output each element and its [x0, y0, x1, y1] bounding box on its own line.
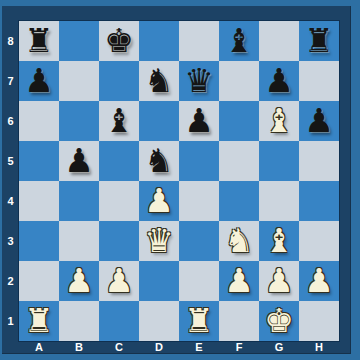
square-c3[interactable]	[99, 221, 139, 261]
square-g5[interactable]	[259, 141, 299, 181]
piece-white-pawn-d4[interactable]: ♟	[144, 184, 174, 217]
square-c1[interactable]	[99, 301, 139, 341]
square-e6[interactable]: ♟	[179, 101, 219, 141]
square-d6[interactable]	[139, 101, 179, 141]
rank-label-1: 1	[2, 301, 19, 341]
piece-white-queen-d3[interactable]: ♛	[144, 224, 174, 257]
square-a1[interactable]: ♜	[19, 301, 59, 341]
file-label-b: B	[59, 340, 99, 354]
piece-white-rook-a1[interactable]: ♜	[24, 304, 54, 337]
square-g8[interactable]	[259, 21, 299, 61]
file-label-a: A	[19, 340, 59, 354]
rank-label-6: 6	[2, 101, 19, 141]
square-h1[interactable]	[299, 301, 339, 341]
square-c8[interactable]: ♚	[99, 21, 139, 61]
square-d1[interactable]	[139, 301, 179, 341]
square-b5[interactable]: ♟	[59, 141, 99, 181]
piece-white-pawn-b2[interactable]: ♟	[64, 264, 94, 297]
square-b8[interactable]	[59, 21, 99, 61]
piece-black-rook-h8[interactable]: ♜	[304, 24, 334, 57]
square-b4[interactable]	[59, 181, 99, 221]
square-b1[interactable]	[59, 301, 99, 341]
rank-label-3: 3	[2, 221, 19, 261]
square-a2[interactable]	[19, 261, 59, 301]
square-h4[interactable]	[299, 181, 339, 221]
piece-black-pawn-h6[interactable]: ♟	[304, 104, 334, 137]
piece-white-knight-f3[interactable]: ♞	[224, 224, 254, 257]
square-h8[interactable]: ♜	[299, 21, 339, 61]
piece-black-queen-e7[interactable]: ♛	[184, 64, 214, 97]
square-g3[interactable]: ♝	[259, 221, 299, 261]
board: ♜♚♝♜♟♞♛♟♝♟♝♟♟♞♟♛♞♝♟♟♟♟♟♜♜♚	[19, 21, 339, 341]
square-f5[interactable]	[219, 141, 259, 181]
square-g7[interactable]: ♟	[259, 61, 299, 101]
square-b7[interactable]	[59, 61, 99, 101]
piece-white-pawn-f2[interactable]: ♟	[224, 264, 254, 297]
piece-black-rook-a8[interactable]: ♜	[24, 24, 54, 57]
square-h7[interactable]	[299, 61, 339, 101]
piece-white-bishop-g3[interactable]: ♝	[264, 224, 294, 257]
square-h3[interactable]	[299, 221, 339, 261]
square-d7[interactable]: ♞	[139, 61, 179, 101]
square-a4[interactable]	[19, 181, 59, 221]
square-f6[interactable]	[219, 101, 259, 141]
square-e5[interactable]	[179, 141, 219, 181]
square-f3[interactable]: ♞	[219, 221, 259, 261]
rank-labels: 87654321	[2, 21, 19, 341]
file-labels: ABCDEFGH	[19, 340, 339, 354]
square-c4[interactable]	[99, 181, 139, 221]
chess-board-window: 87654321 ♜♚♝♜♟♞♛♟♝♟♝♟♟♞♟♛♞♝♟♟♟♟♟♜♜♚ ABCD…	[0, 0, 360, 360]
square-h6[interactable]: ♟	[299, 101, 339, 141]
square-f7[interactable]	[219, 61, 259, 101]
piece-black-knight-d5[interactable]: ♞	[144, 144, 174, 177]
piece-black-pawn-g7[interactable]: ♟	[264, 64, 294, 97]
square-c6[interactable]: ♝	[99, 101, 139, 141]
square-a8[interactable]: ♜	[19, 21, 59, 61]
square-d2[interactable]	[139, 261, 179, 301]
square-f1[interactable]	[219, 301, 259, 341]
square-a3[interactable]	[19, 221, 59, 261]
square-h2[interactable]: ♟	[299, 261, 339, 301]
square-d8[interactable]	[139, 21, 179, 61]
piece-white-rook-e1[interactable]: ♜	[184, 304, 214, 337]
square-b2[interactable]: ♟	[59, 261, 99, 301]
piece-white-pawn-h2[interactable]: ♟	[304, 264, 334, 297]
rank-label-4: 4	[2, 181, 19, 221]
piece-black-pawn-b5[interactable]: ♟	[64, 144, 94, 177]
piece-white-pawn-c2[interactable]: ♟	[104, 264, 134, 297]
square-b3[interactable]	[59, 221, 99, 261]
square-e8[interactable]	[179, 21, 219, 61]
file-label-h: H	[299, 340, 339, 354]
file-label-g: G	[259, 340, 299, 354]
square-e3[interactable]	[179, 221, 219, 261]
square-g6[interactable]: ♝	[259, 101, 299, 141]
square-a7[interactable]: ♟	[19, 61, 59, 101]
piece-white-king-g1[interactable]: ♚	[264, 304, 294, 337]
piece-black-knight-d7[interactable]: ♞	[144, 64, 174, 97]
rank-label-7: 7	[2, 61, 19, 101]
square-e4[interactable]	[179, 181, 219, 221]
square-h5[interactable]	[299, 141, 339, 181]
square-f8[interactable]: ♝	[219, 21, 259, 61]
file-label-c: C	[99, 340, 139, 354]
piece-black-pawn-e6[interactable]: ♟	[184, 104, 214, 137]
square-f4[interactable]	[219, 181, 259, 221]
square-b6[interactable]	[59, 101, 99, 141]
piece-white-pawn-g2[interactable]: ♟	[264, 264, 294, 297]
piece-black-bishop-f8[interactable]: ♝	[224, 24, 254, 57]
piece-black-pawn-a7[interactable]: ♟	[24, 64, 54, 97]
square-g4[interactable]	[259, 181, 299, 221]
piece-white-bishop-g6[interactable]: ♝	[264, 104, 294, 137]
square-c2[interactable]: ♟	[99, 261, 139, 301]
file-label-e: E	[179, 340, 219, 354]
square-d4[interactable]: ♟	[139, 181, 179, 221]
square-c5[interactable]	[99, 141, 139, 181]
square-c7[interactable]	[99, 61, 139, 101]
rank-label-5: 5	[2, 141, 19, 181]
square-f2[interactable]: ♟	[219, 261, 259, 301]
square-d3[interactable]: ♛	[139, 221, 179, 261]
square-e7[interactable]: ♛	[179, 61, 219, 101]
file-label-d: D	[139, 340, 179, 354]
piece-black-bishop-c6[interactable]: ♝	[104, 104, 134, 137]
rank-label-2: 2	[2, 261, 19, 301]
square-a6[interactable]	[19, 101, 59, 141]
square-e1[interactable]: ♜	[179, 301, 219, 341]
square-d5[interactable]: ♞	[139, 141, 179, 181]
square-g2[interactable]: ♟	[259, 261, 299, 301]
square-a5[interactable]	[19, 141, 59, 181]
square-e2[interactable]	[179, 261, 219, 301]
piece-black-king-c8[interactable]: ♚	[104, 24, 134, 57]
file-label-f: F	[219, 340, 259, 354]
rank-label-8: 8	[2, 21, 19, 61]
square-g1[interactable]: ♚	[259, 301, 299, 341]
